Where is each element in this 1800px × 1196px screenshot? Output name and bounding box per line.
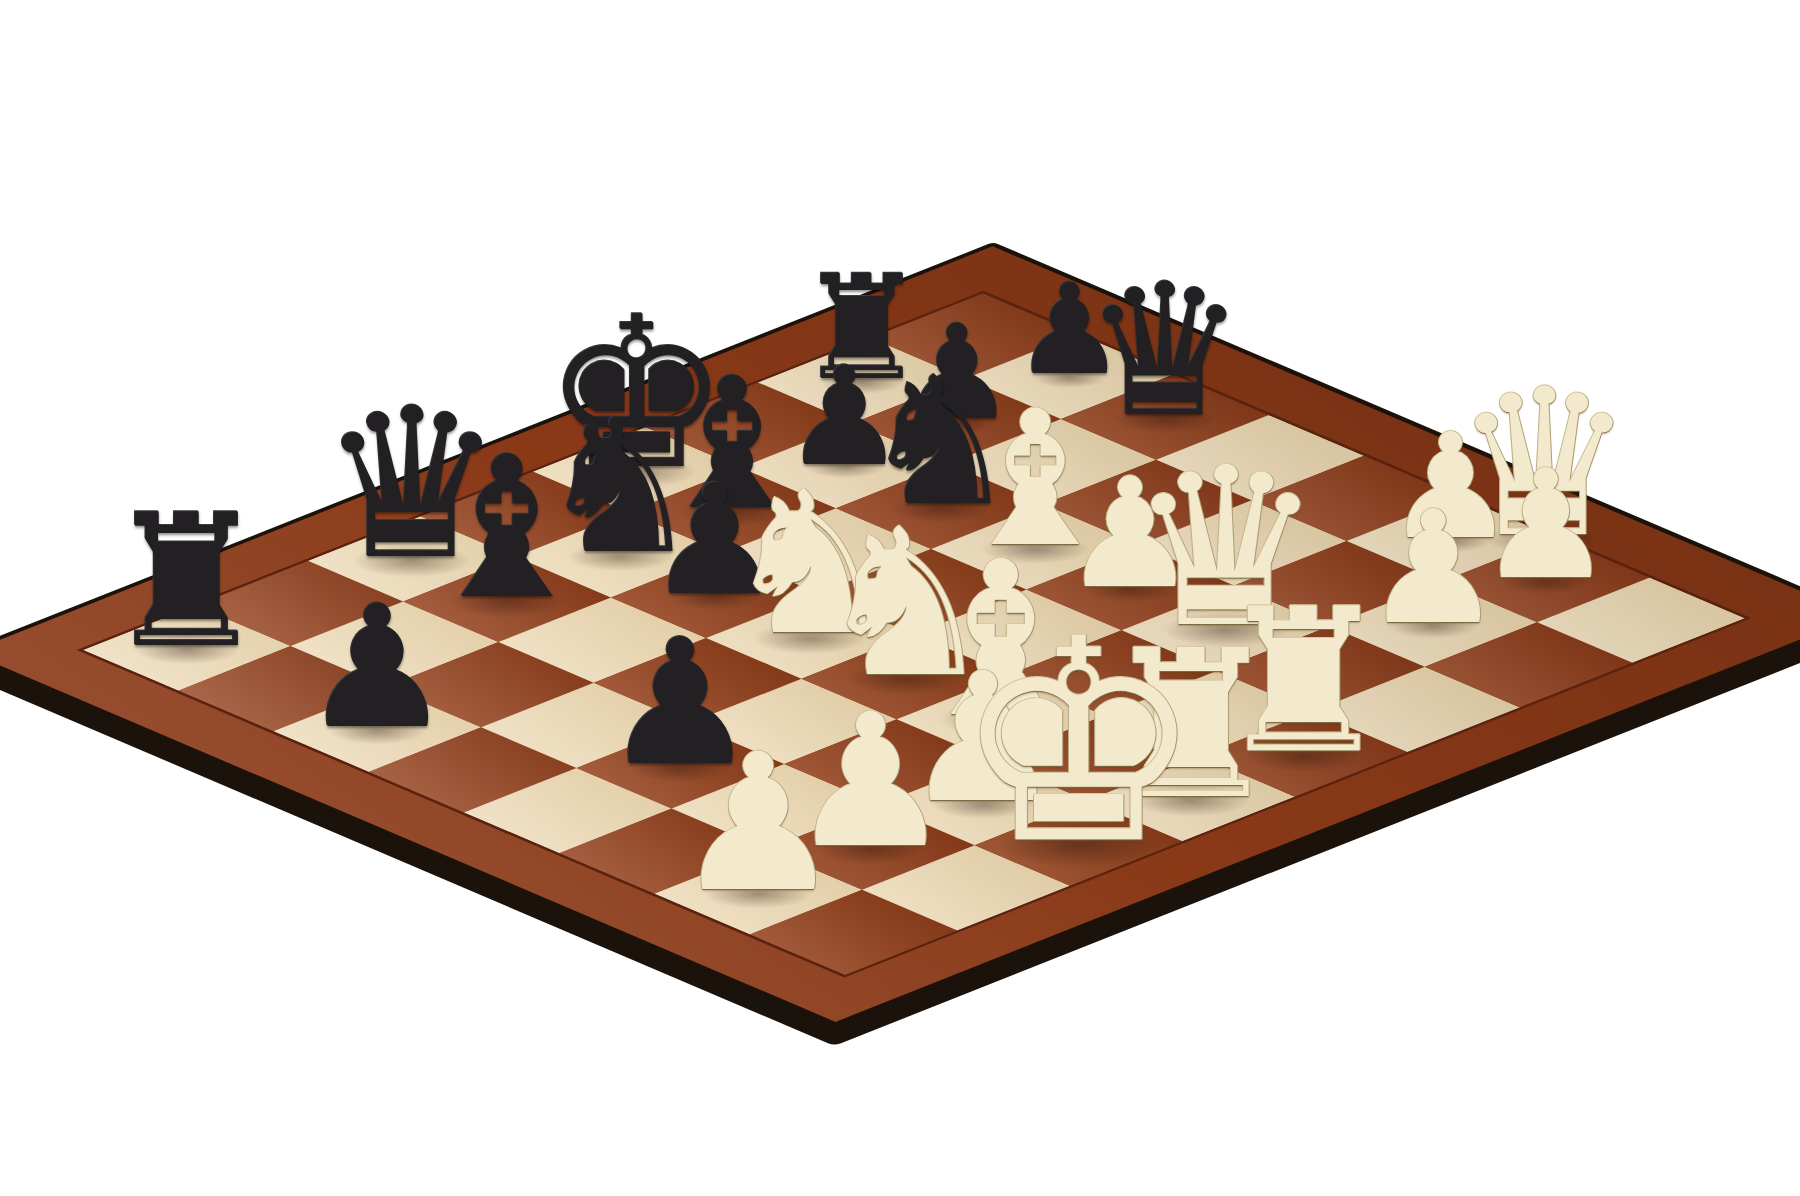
piece-black-rook-a8[interactable]: ♜ <box>105 490 269 673</box>
piece-white-pawn-a2[interactable]: ♟ <box>673 729 843 919</box>
piece-black-pawn-a6[interactable]: ♟ <box>301 584 453 753</box>
piece-white-king-c1[interactable]: ♚ <box>953 602 1204 882</box>
chessboard-photo: ♜♛♚♜♝♞♝♟♟♟♟♟♞♛♞♝♟♞♟♝♛♟♟♟♟♟♟♚♜♜♛ <box>0 0 1800 1196</box>
